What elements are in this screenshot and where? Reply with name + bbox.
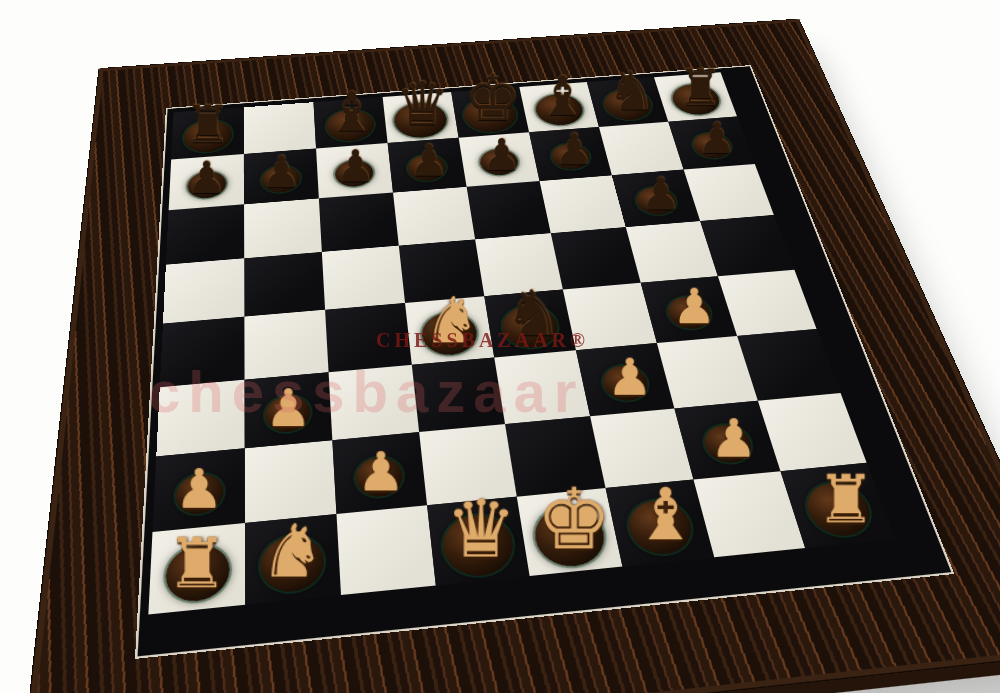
white-queen-d1[interactable]: ♛ — [434, 492, 528, 568]
black-knight-e4[interactable]: ♞ — [492, 284, 574, 344]
white-pawn-g2[interactable]: ♟ — [690, 413, 778, 463]
queen-glyph: ♛ — [395, 76, 449, 133]
white-pawn-g4[interactable]: ♟ — [654, 283, 735, 329]
pawn-glyph: ♟ — [409, 140, 449, 182]
white-bishop-f1[interactable]: ♝ — [619, 481, 712, 549]
square-b7[interactable]: ♟ — [244, 148, 319, 204]
square-g8[interactable]: ♞ — [587, 77, 668, 127]
pawn-glyph: ♟ — [640, 173, 680, 216]
square-c7[interactable]: ♟ — [316, 143, 393, 198]
black-knight-g8[interactable]: ♞ — [597, 65, 667, 117]
knight-glyph: ♞ — [260, 517, 326, 587]
bishop-glyph: ♝ — [538, 70, 587, 122]
square-h5[interactable] — [700, 214, 794, 275]
knight-glyph: ♞ — [423, 290, 480, 351]
white-knight-b1[interactable]: ♞ — [245, 517, 340, 587]
white-rook-a1[interactable]: ♜ — [150, 531, 245, 597]
rook-glyph: ♜ — [816, 468, 876, 531]
queen-glyph: ♛ — [445, 492, 517, 568]
pawn-glyph: ♟ — [261, 151, 301, 193]
square-h3[interactable] — [737, 328, 840, 400]
black-pawn-h7[interactable]: ♟ — [681, 118, 753, 159]
black-queen-d8[interactable]: ♛ — [387, 76, 458, 133]
square-g4[interactable]: ♟ — [641, 276, 737, 343]
pawn-glyph: ♟ — [710, 413, 758, 463]
pawn-glyph: ♟ — [336, 145, 376, 187]
square-e1[interactable]: ♚ — [517, 488, 623, 576]
square-a5[interactable] — [163, 258, 244, 323]
square-e3[interactable] — [494, 350, 590, 424]
square-f3[interactable]: ♟ — [576, 343, 674, 416]
pawn-glyph: ♟ — [482, 134, 521, 176]
scene: ♜♝♛♚♝♞♜♟♟♟♟♟♟♟♟♞♞♟♟♟♟♟♟♜♞♛♚♝♜ chessbazaa… — [0, 0, 1000, 693]
black-pawn-c7[interactable]: ♟ — [318, 145, 392, 187]
knight-glyph: ♞ — [505, 284, 562, 344]
black-pawn-g6[interactable]: ♟ — [623, 173, 698, 216]
rook-glyph: ♜ — [184, 100, 231, 149]
black-pawn-a7[interactable]: ♟ — [169, 157, 243, 199]
black-bishop-f8[interactable]: ♝ — [527, 70, 597, 122]
square-d1[interactable]: ♛ — [427, 496, 530, 585]
square-a2[interactable]: ♟ — [152, 448, 244, 532]
square-a4[interactable] — [160, 316, 245, 387]
knight-glyph: ♞ — [607, 65, 656, 117]
bishop-glyph: ♝ — [633, 481, 698, 549]
square-g2[interactable]: ♟ — [674, 400, 780, 479]
square-a1[interactable]: ♜ — [148, 522, 245, 614]
board-grid: ♜♝♛♚♝♞♜♟♟♟♟♟♟♟♟♞♞♟♟♟♟♟♟♜♞♛♚♝♜ — [148, 70, 928, 614]
pawn-glyph: ♟ — [672, 283, 716, 329]
pawn-glyph: ♟ — [697, 118, 736, 159]
rook-glyph: ♜ — [166, 531, 228, 597]
square-e4[interactable]: ♞ — [484, 289, 576, 357]
square-a3[interactable] — [156, 379, 244, 456]
square-f1[interactable]: ♝ — [606, 479, 715, 566]
pawn-glyph: ♟ — [554, 129, 593, 171]
black-pawn-e7[interactable]: ♟ — [465, 134, 538, 176]
square-c6[interactable] — [319, 192, 399, 251]
square-d7[interactable]: ♟ — [388, 137, 467, 192]
square-h7[interactable]: ♟ — [668, 116, 755, 169]
square-a7[interactable]: ♟ — [169, 154, 244, 210]
black-bishop-c8[interactable]: ♝ — [316, 86, 387, 138]
chess-board: ♜♝♛♚♝♞♜♟♟♟♟♟♟♟♟♞♞♟♟♟♟♟♟♜♞♛♚♝♜ — [23, 19, 1000, 693]
pawn-glyph: ♟ — [175, 463, 224, 515]
white-king-e1[interactable]: ♚ — [527, 479, 620, 559]
black-pawn-d7[interactable]: ♟ — [392, 140, 465, 182]
square-b4[interactable] — [244, 309, 328, 379]
rook-glyph: ♜ — [678, 64, 723, 112]
square-c1[interactable] — [336, 505, 435, 595]
white-pawn-c2[interactable]: ♟ — [336, 446, 426, 497]
square-f7[interactable]: ♟ — [529, 127, 612, 181]
pawn-glyph: ♟ — [265, 384, 312, 433]
square-c3[interactable] — [329, 364, 420, 439]
square-e6[interactable] — [467, 180, 551, 238]
square-c5[interactable] — [322, 245, 405, 309]
pawn-glyph: ♟ — [187, 157, 227, 199]
square-g5[interactable] — [626, 220, 718, 282]
white-pawn-f3[interactable]: ♟ — [587, 353, 672, 401]
square-e7[interactable]: ♟ — [459, 132, 540, 186]
square-b5[interactable] — [244, 251, 325, 316]
black-rook-h8[interactable]: ♜ — [665, 64, 735, 112]
square-g6[interactable]: ♟ — [612, 169, 700, 226]
square-h1[interactable]: ♜ — [780, 462, 895, 547]
white-rook-h1[interactable]: ♜ — [800, 468, 892, 531]
square-b1[interactable]: ♞ — [245, 514, 341, 605]
white-pawn-b3[interactable]: ♟ — [245, 384, 332, 433]
square-c2[interactable]: ♟ — [332, 432, 427, 514]
black-pawn-f7[interactable]: ♟ — [538, 129, 611, 171]
black-rook-a8[interactable]: ♜ — [172, 100, 244, 149]
pawn-glyph: ♟ — [357, 446, 405, 497]
square-d3[interactable] — [412, 357, 505, 432]
king-glyph: ♚ — [536, 479, 611, 559]
square-d4[interactable]: ♞ — [405, 296, 494, 365]
black-king-e8[interactable]: ♚ — [457, 67, 528, 127]
square-b3[interactable]: ♟ — [245, 372, 333, 448]
square-f5[interactable] — [551, 227, 641, 289]
white-knight-d4[interactable]: ♞ — [411, 290, 493, 351]
pawn-glyph: ♟ — [607, 353, 653, 401]
square-a6[interactable] — [166, 204, 244, 264]
king-glyph: ♚ — [464, 67, 521, 127]
white-pawn-a2[interactable]: ♟ — [154, 463, 245, 515]
square-c4[interactable] — [325, 302, 412, 371]
bishop-glyph: ♝ — [327, 86, 376, 138]
square-f6[interactable] — [540, 175, 626, 233]
square-b6[interactable] — [244, 198, 322, 258]
playing-area: ♜♝♛♚♝♞♜♟♟♟♟♟♟♟♟♞♞♟♟♟♟♟♟♜♞♛♚♝♜ — [135, 65, 954, 659]
black-pawn-b7[interactable]: ♟ — [244, 151, 318, 193]
square-f4[interactable] — [563, 282, 657, 349]
square-d6[interactable] — [393, 186, 475, 245]
